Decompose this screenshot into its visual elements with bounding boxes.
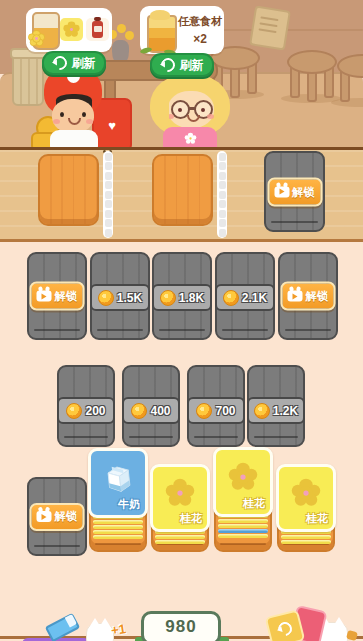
slot-r1c5-locked-ad[interactable]: 解锁 (278, 252, 338, 340)
card-stack-osmanthus-3[interactable]: 桂花 (277, 464, 335, 552)
leaf-icon (140, 47, 153, 55)
price-label: 1.8K (179, 291, 204, 305)
refresh-order-button-left[interactable]: 刷新 (42, 51, 106, 75)
price-tag: 400 (122, 397, 180, 424)
ingredient-tile-brown-sugar (86, 18, 109, 41)
coin-icon (223, 290, 239, 306)
order-count: ×2 (178, 32, 222, 47)
ad-tv-icon (274, 186, 289, 197)
order-bubble-left (26, 8, 112, 52)
wall-frame (249, 5, 291, 50)
vase-flower (125, 31, 134, 40)
unlock-button[interactable]: 解锁 (281, 282, 336, 311)
price-label: 1.5K (117, 291, 142, 305)
cutting-board-2[interactable] (152, 154, 213, 226)
osmanthus-flower-icon (291, 478, 321, 508)
slot-r2c2-locked-price[interactable]: 400 (122, 365, 180, 447)
heart-icon: ♥ (108, 118, 116, 133)
price-label: 700 (215, 404, 235, 418)
osmanthus-card[interactable]: 桂花 (150, 464, 210, 532)
price-tag: 1.5K (90, 284, 150, 311)
osmanthus-flower-icon (165, 478, 195, 508)
ad-tv-icon (37, 511, 52, 522)
refresh-icon (50, 53, 70, 73)
card-label: 牛奶 (118, 497, 140, 512)
unlock-label: 解锁 (55, 289, 78, 304)
shirt-flower-icon (184, 132, 197, 145)
slot-r2c1-locked-price[interactable]: 200 (57, 365, 115, 447)
brown-sugar-bottle-icon (92, 21, 103, 38)
coin-icon (98, 290, 114, 306)
slot-r1c3-locked-price[interactable]: 1.8K (152, 252, 212, 340)
osmanthus-flower-icon (28, 30, 45, 47)
slot-r1c2-locked-price[interactable]: 1.5K (90, 252, 150, 340)
hair-strand (160, 92, 169, 124)
coin-icon (66, 403, 82, 419)
girl-face (168, 91, 214, 128)
price-label: 2.1K (242, 291, 267, 305)
unlock-label: 解锁 (292, 184, 315, 199)
stool (287, 50, 337, 110)
refresh-label: 刷新 (72, 55, 96, 72)
slot-r2c4-locked-price[interactable]: 1.2K (247, 365, 305, 447)
card-label: 桂花 (243, 496, 265, 511)
plus-one-badge: +1 (110, 621, 127, 638)
card-stack-osmanthus-2[interactable]: 桂花 (214, 447, 272, 552)
unlock-button[interactable]: 解锁 (30, 282, 85, 311)
coin-icon (196, 403, 212, 419)
order-bubble-right: 任意食材 ×2 (140, 6, 224, 54)
price-label: 1.2K (273, 404, 298, 418)
card-stack-milk[interactable]: 牛奶 (89, 448, 147, 552)
ad-tv-icon (37, 291, 52, 302)
game-screen: ♥ (0, 0, 363, 641)
customer-girl (146, 68, 238, 149)
refresh-label: 刷新 (180, 57, 204, 74)
refresh-order-button-right[interactable]: 刷新 (150, 53, 214, 77)
ingredient-tile-osmanthus (60, 18, 83, 41)
price-tag: 1.2K (247, 397, 305, 424)
vase-flower (117, 24, 126, 33)
card-stack-osmanthus-1[interactable]: 桂花 (151, 464, 209, 552)
card-label: 桂花 (306, 511, 328, 526)
coin-counter: 980 (141, 611, 221, 641)
refresh-icon (158, 55, 178, 75)
swap-arrow-icon (275, 619, 295, 639)
ad-tv-icon (288, 291, 303, 302)
price-tag: 1.8K (152, 284, 212, 311)
osmanthus-card[interactable]: 桂花 (213, 447, 273, 517)
osmanthus-flower-icon (63, 21, 80, 38)
stool (337, 54, 363, 114)
slot-r3c1-locked-ad[interactable]: 解锁 (27, 477, 87, 556)
slot-r2c3-locked-price[interactable]: 700 (187, 365, 245, 447)
price-tag: 200 (57, 397, 115, 424)
order-requirement: 任意食材 (178, 14, 222, 29)
coin-icon (160, 290, 176, 306)
cutting-board-1[interactable] (38, 154, 99, 226)
price-label: 200 (85, 404, 105, 418)
coin-icon (254, 403, 270, 419)
locked-counter-slot[interactable]: 解锁 (264, 151, 325, 232)
slot-r1c1-locked-ad[interactable]: 解锁 (27, 252, 87, 340)
unlock-label: 解锁 (306, 289, 329, 304)
unlock-button[interactable]: 解锁 (267, 177, 322, 206)
coin-icon (131, 403, 147, 419)
osmanthus-flower-icon (228, 462, 258, 492)
customer-boy: ♥ (28, 66, 146, 149)
unlock-button[interactable]: 解锁 (30, 503, 85, 531)
boy-face (52, 99, 94, 133)
price-label: 400 (150, 404, 170, 418)
unlock-label: 解锁 (55, 509, 78, 524)
price-tag: 2.1K (215, 284, 275, 311)
milk-carton-icon (99, 459, 136, 496)
milk-card[interactable]: 牛奶 (88, 448, 148, 518)
progress-bar-1 (103, 151, 113, 238)
slot-r1c4-locked-price[interactable]: 2.1K (215, 252, 275, 340)
progress-bar-2 (217, 151, 227, 238)
hair-strand (214, 92, 223, 124)
price-tag: 700 (187, 397, 245, 424)
osmanthus-card[interactable]: 桂花 (276, 464, 336, 532)
card-label: 桂花 (180, 511, 202, 526)
girl-shirt (163, 127, 217, 149)
coin-count: 980 (165, 617, 196, 637)
